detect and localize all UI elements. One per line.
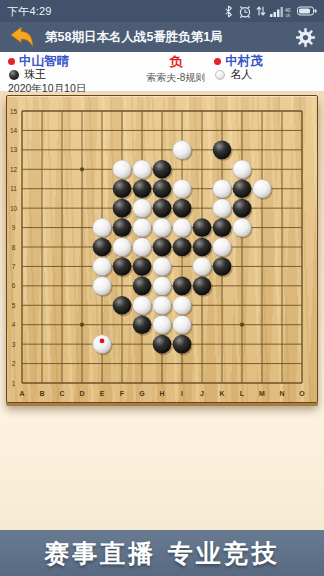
column-label-K: K xyxy=(217,389,227,399)
white-stone-G12 xyxy=(133,160,152,179)
black-player-block: 中山智晴 珠王 2020年10月10日 xyxy=(8,55,137,89)
black-stone-K13 xyxy=(213,141,232,160)
white-stone-M11 xyxy=(253,179,272,198)
alarm-clock-icon xyxy=(238,5,252,18)
battery-icon xyxy=(297,6,317,16)
white-stone-H7 xyxy=(153,257,172,276)
gear-icon xyxy=(295,27,316,48)
column-label-F: F xyxy=(117,389,127,399)
white-stone-L12 xyxy=(233,160,252,179)
black-stone-G6 xyxy=(133,277,152,296)
column-label-J: J xyxy=(197,389,207,399)
column-label-O: O xyxy=(297,389,307,399)
black-stone-F7 xyxy=(113,257,132,276)
black-stone-icon xyxy=(9,70,19,80)
white-stone-I4 xyxy=(173,315,192,334)
white-stone-E7 xyxy=(93,257,112,276)
white-stone-I11 xyxy=(173,179,192,198)
row-label-12: 12 xyxy=(8,165,19,174)
black-stone-K7 xyxy=(213,257,232,276)
star-point-D4 xyxy=(80,323,84,327)
black-stone-F5 xyxy=(113,296,132,315)
black-stone-G7 xyxy=(133,257,152,276)
bluetooth-icon xyxy=(223,5,234,18)
row-label-4: 4 xyxy=(8,320,19,329)
black-stone-H10 xyxy=(153,199,172,218)
white-stone-H9 xyxy=(153,218,172,237)
column-label-L: L xyxy=(237,389,247,399)
black-stone-E8 xyxy=(93,238,112,257)
row-label-14: 14 xyxy=(8,126,19,135)
row-label-9: 9 xyxy=(8,223,19,232)
result-text: 负 xyxy=(169,55,182,69)
white-stone-I5 xyxy=(173,296,192,315)
white-stone-icon xyxy=(215,70,225,80)
black-stone-H8 xyxy=(153,238,172,257)
promo-banner-text: 赛事直播 专业竞技 xyxy=(44,537,280,570)
result-block: 负 索索夫-8规则 xyxy=(137,55,214,89)
row-label-5: 5 xyxy=(8,301,19,310)
black-stone-K9 xyxy=(213,218,232,237)
black-stone-G11 xyxy=(133,179,152,198)
black-stone-I10 xyxy=(173,199,192,218)
white-stone-K11 xyxy=(213,179,232,198)
row-label-8: 8 xyxy=(8,243,19,252)
renju-board[interactable]: 151413121110987654321 ABCDEFGHIJKLMNO xyxy=(6,95,318,403)
star-point-D12 xyxy=(80,167,84,171)
white-stone-L9 xyxy=(233,218,252,237)
signal-sublabel: uk xyxy=(286,12,292,17)
column-label-I: I xyxy=(177,389,187,399)
column-label-N: N xyxy=(277,389,287,399)
settings-button[interactable] xyxy=(293,25,317,49)
row-label-6: 6 xyxy=(8,281,19,290)
page-title: 第58期日本名人战5番胜负第1局 xyxy=(45,29,293,46)
star-point-L4 xyxy=(240,323,244,327)
status-bar: 下午4:29 40 uk xyxy=(0,0,324,22)
black-stone-I6 xyxy=(173,277,192,296)
board-section: 151413121110987654321 ABCDEFGHIJKLMNO xyxy=(0,92,324,530)
black-stone-F11 xyxy=(113,179,132,198)
black-stone-F9 xyxy=(113,218,132,237)
column-label-E: E xyxy=(97,389,107,399)
last-move-marker-E3 xyxy=(100,339,105,344)
black-stone-L11 xyxy=(233,179,252,198)
player-info-panel: 中山智晴 珠王 2020年10月10日 负 索索夫-8规则 中村茂 名人 xyxy=(0,52,324,92)
black-player-title: 珠王 xyxy=(24,68,46,81)
black-stone-J9 xyxy=(193,218,212,237)
white-stone-H6 xyxy=(153,277,172,296)
row-label-2: 2 xyxy=(8,359,19,368)
white-stone-F12 xyxy=(113,160,132,179)
back-arrow-icon xyxy=(8,26,36,48)
black-player-name: 中山智晴 xyxy=(19,55,69,68)
black-stone-I8 xyxy=(173,238,192,257)
row-label-13: 13 xyxy=(8,145,19,154)
white-stone-E9 xyxy=(93,218,112,237)
nav-bar: 第58期日本名人战5番胜负第1局 xyxy=(0,22,324,52)
row-label-7: 7 xyxy=(8,262,19,271)
white-stone-H4 xyxy=(153,315,172,334)
white-player-name: 中村茂 xyxy=(225,55,263,68)
status-time: 下午4:29 xyxy=(7,4,52,19)
white-stone-E3 xyxy=(93,335,112,354)
column-label-C: C xyxy=(57,389,67,399)
white-stone-H5 xyxy=(153,296,172,315)
column-label-H: H xyxy=(157,389,167,399)
status-icons: 40 uk xyxy=(223,5,317,18)
white-player-dot-icon xyxy=(214,58,221,65)
app-root: 下午4:29 40 uk xyxy=(0,0,324,576)
black-stone-L10 xyxy=(233,199,252,218)
white-stone-E6 xyxy=(93,277,112,296)
signal-bars-icon: 40 uk xyxy=(270,6,293,17)
black-stone-J8 xyxy=(193,238,212,257)
promo-banner[interactable]: 赛事直播 专业竞技 xyxy=(0,530,324,576)
white-stone-G8 xyxy=(133,238,152,257)
black-stone-G4 xyxy=(133,315,152,334)
white-player-title: 名人 xyxy=(230,68,252,81)
row-label-15: 15 xyxy=(8,107,19,116)
black-stone-H11 xyxy=(153,179,172,198)
white-stone-K8 xyxy=(213,238,232,257)
white-stone-J7 xyxy=(193,257,212,276)
column-label-B: B xyxy=(37,389,47,399)
white-stone-F8 xyxy=(113,238,132,257)
white-stone-G5 xyxy=(133,296,152,315)
back-button[interactable] xyxy=(7,25,37,49)
black-stone-F10 xyxy=(113,199,132,218)
data-transfer-arrows-icon xyxy=(256,5,266,17)
row-label-10: 10 xyxy=(8,204,19,213)
black-stone-J6 xyxy=(193,277,212,296)
black-stone-H3 xyxy=(153,335,172,354)
black-stone-H12 xyxy=(153,160,172,179)
column-label-G: G xyxy=(137,389,147,399)
board-svg xyxy=(20,109,304,385)
black-player-dot-icon xyxy=(8,58,15,65)
white-stone-K10 xyxy=(213,199,232,218)
white-stone-G10 xyxy=(133,199,152,218)
column-label-D: D xyxy=(77,389,87,399)
white-stone-I9 xyxy=(173,218,192,237)
column-label-A: A xyxy=(17,389,27,399)
black-stone-I3 xyxy=(173,335,192,354)
row-label-11: 11 xyxy=(8,184,19,193)
column-label-M: M xyxy=(257,389,267,399)
row-label-1: 1 xyxy=(8,379,19,388)
row-label-3: 3 xyxy=(8,340,19,349)
white-stone-I13 xyxy=(173,141,192,160)
rule-text: 索索夫-8规则 xyxy=(146,71,205,84)
white-player-block: 中村茂 名人 xyxy=(214,55,316,89)
white-stone-G9 xyxy=(133,218,152,237)
